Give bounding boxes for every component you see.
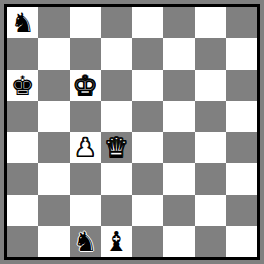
square-d8[interactable] [101, 7, 132, 38]
square-g8[interactable] [195, 7, 226, 38]
square-a6[interactable]: ♚ [7, 70, 38, 101]
square-f3[interactable] [163, 163, 194, 194]
square-a7[interactable] [7, 38, 38, 69]
square-c6[interactable]: ♚ [70, 70, 101, 101]
square-h7[interactable] [226, 38, 257, 69]
piece-black-knight[interactable]: ♞ [73, 226, 97, 257]
piece-black-bishop[interactable]: ♝ [104, 226, 128, 257]
square-g1[interactable] [195, 226, 226, 257]
square-h3[interactable] [226, 163, 257, 194]
square-a1[interactable] [7, 226, 38, 257]
square-a3[interactable] [7, 163, 38, 194]
square-g4[interactable] [195, 132, 226, 163]
square-f2[interactable] [163, 195, 194, 226]
square-c5[interactable] [70, 101, 101, 132]
square-a4[interactable] [7, 132, 38, 163]
square-b5[interactable] [38, 101, 69, 132]
square-c8[interactable] [70, 7, 101, 38]
square-h6[interactable] [226, 70, 257, 101]
square-e4[interactable] [132, 132, 163, 163]
chess-board: ♞♚♚♟♛♞♝ [4, 4, 260, 260]
board-frame: ♞♚♚♟♛♞♝ [0, 0, 264, 264]
square-a2[interactable] [7, 195, 38, 226]
piece-black-king[interactable]: ♚ [11, 70, 35, 101]
square-f7[interactable] [163, 38, 194, 69]
square-d5[interactable] [101, 101, 132, 132]
square-f4[interactable] [163, 132, 194, 163]
square-b7[interactable] [38, 38, 69, 69]
square-g7[interactable] [195, 38, 226, 69]
square-d4[interactable]: ♛ [101, 132, 132, 163]
square-b1[interactable] [38, 226, 69, 257]
square-b8[interactable] [38, 7, 69, 38]
square-c2[interactable] [70, 195, 101, 226]
square-g6[interactable] [195, 70, 226, 101]
square-a8[interactable]: ♞ [7, 7, 38, 38]
square-a5[interactable] [7, 101, 38, 132]
square-f1[interactable] [163, 226, 194, 257]
square-e7[interactable] [132, 38, 163, 69]
piece-white-queen[interactable]: ♛ [104, 132, 128, 163]
square-b3[interactable] [38, 163, 69, 194]
square-d7[interactable] [101, 38, 132, 69]
square-b6[interactable] [38, 70, 69, 101]
square-f5[interactable] [163, 101, 194, 132]
square-e5[interactable] [132, 101, 163, 132]
square-e8[interactable] [132, 7, 163, 38]
square-e3[interactable] [132, 163, 163, 194]
square-f8[interactable] [163, 7, 194, 38]
square-d1[interactable]: ♝ [101, 226, 132, 257]
square-b4[interactable] [38, 132, 69, 163]
piece-black-knight[interactable]: ♞ [11, 7, 35, 38]
square-b2[interactable] [38, 195, 69, 226]
square-d6[interactable] [101, 70, 132, 101]
square-g5[interactable] [195, 101, 226, 132]
square-e2[interactable] [132, 195, 163, 226]
square-c3[interactable] [70, 163, 101, 194]
square-h5[interactable] [226, 101, 257, 132]
square-d3[interactable] [101, 163, 132, 194]
square-c4[interactable]: ♟ [70, 132, 101, 163]
piece-white-pawn[interactable]: ♟ [74, 132, 96, 163]
piece-white-king[interactable]: ♚ [73, 70, 97, 101]
square-f6[interactable] [163, 70, 194, 101]
square-e6[interactable] [132, 70, 163, 101]
square-g2[interactable] [195, 195, 226, 226]
square-c1[interactable]: ♞ [70, 226, 101, 257]
square-d2[interactable] [101, 195, 132, 226]
square-h1[interactable] [226, 226, 257, 257]
square-c7[interactable] [70, 38, 101, 69]
square-h8[interactable] [226, 7, 257, 38]
square-h2[interactable] [226, 195, 257, 226]
square-e1[interactable] [132, 226, 163, 257]
square-g3[interactable] [195, 163, 226, 194]
square-h4[interactable] [226, 132, 257, 163]
